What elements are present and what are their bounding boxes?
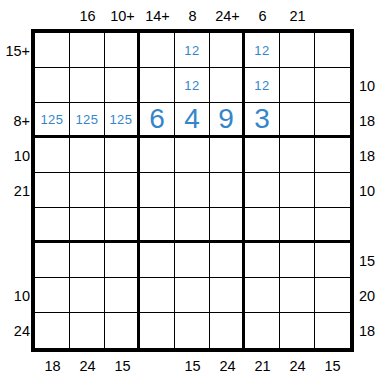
- cell-r4c5[interactable]: [175, 138, 210, 173]
- cell-r3c1[interactable]: 125: [35, 103, 70, 138]
- pencil-marks-r3c2: 125: [75, 113, 98, 126]
- clue-right-r8: 20: [359, 287, 386, 305]
- digit-r3c6: 9: [218, 105, 234, 133]
- cell-r1c6[interactable]: [210, 33, 245, 68]
- cell-r7c2[interactable]: [70, 243, 105, 278]
- clue-bottom-c5: 15: [175, 357, 210, 375]
- cell-r8c2[interactable]: [70, 278, 105, 313]
- cell-r5c5[interactable]: [175, 173, 210, 208]
- clue-top-c1: [35, 7, 70, 25]
- cell-r2c2[interactable]: [70, 68, 105, 103]
- clue-left-r8: 10: [0, 287, 30, 305]
- cell-r6c7[interactable]: [245, 208, 280, 243]
- pencil-marks-r3c1: 125: [40, 113, 63, 126]
- cell-r9c1[interactable]: [35, 313, 70, 348]
- cell-r5c4[interactable]: [140, 173, 175, 208]
- cell-r6c3[interactable]: [105, 208, 140, 243]
- clue-top-c7: 6: [245, 7, 280, 25]
- clue-right-r5: 10: [359, 182, 386, 200]
- cell-r6c8[interactable]: [280, 208, 315, 243]
- cell-r2c7[interactable]: 12: [245, 68, 280, 103]
- cell-r5c9[interactable]: [315, 173, 350, 208]
- cell-r9c7[interactable]: [245, 313, 280, 348]
- clue-left-r2: [0, 77, 30, 95]
- cell-r4c2[interactable]: [70, 138, 105, 173]
- clue-top-c8: 21: [280, 7, 315, 25]
- cell-r4c9[interactable]: [315, 138, 350, 173]
- clue-right-r2: 10: [359, 77, 386, 95]
- cell-r4c3[interactable]: [105, 138, 140, 173]
- cell-r7c9[interactable]: [315, 243, 350, 278]
- clue-top-c3: 10+: [105, 7, 140, 25]
- cell-r9c2[interactable]: [70, 313, 105, 348]
- cell-r9c8[interactable]: [280, 313, 315, 348]
- cell-r2c1[interactable]: [35, 68, 70, 103]
- clue-right-r1: [359, 42, 386, 60]
- pencil-marks-r1c5: 12: [184, 44, 199, 57]
- cell-r2c6[interactable]: [210, 68, 245, 103]
- cell-r6c2[interactable]: [70, 208, 105, 243]
- cell-r2c9[interactable]: [315, 68, 350, 103]
- clue-right-r7: 15: [359, 252, 386, 270]
- cell-r4c1[interactable]: [35, 138, 70, 173]
- cell-r8c6[interactable]: [210, 278, 245, 313]
- cell-r8c9[interactable]: [315, 278, 350, 313]
- clue-bottom-c9: 15: [315, 357, 350, 375]
- pencil-marks-r3c3: 125: [109, 113, 132, 126]
- clue-top-c9: [315, 7, 350, 25]
- cell-r5c3[interactable]: [105, 173, 140, 208]
- clue-top-c6: 24+: [210, 7, 245, 25]
- cell-r4c6[interactable]: [210, 138, 245, 173]
- pencil-marks-r1c7: 12: [254, 44, 269, 57]
- cell-r8c4[interactable]: [140, 278, 175, 313]
- cell-r6c5[interactable]: [175, 208, 210, 243]
- clue-left-r4: 10: [0, 147, 30, 165]
- cell-r1c8[interactable]: [280, 33, 315, 68]
- cell-r5c6[interactable]: [210, 173, 245, 208]
- digit-r3c4: 6: [149, 105, 165, 133]
- cell-r1c3[interactable]: [105, 33, 140, 68]
- cell-r7c7[interactable]: [245, 243, 280, 278]
- cell-r1c9[interactable]: [315, 33, 350, 68]
- digit-r3c5: 4: [184, 105, 200, 133]
- cell-r3c9[interactable]: [315, 103, 350, 138]
- cell-r5c2[interactable]: [70, 173, 105, 208]
- cell-r2c8[interactable]: [280, 68, 315, 103]
- cell-r5c8[interactable]: [280, 173, 315, 208]
- cell-r3c8[interactable]: [280, 103, 315, 138]
- clue-left-r7: [0, 252, 30, 270]
- cell-r3c7[interactable]: 3: [245, 103, 280, 138]
- clue-left-r9: 24: [0, 322, 30, 340]
- cell-r1c5[interactable]: 12: [175, 33, 210, 68]
- clue-bottom-c8: 24: [280, 357, 315, 375]
- cell-r9c6[interactable]: [210, 313, 245, 348]
- cell-r6c9[interactable]: [315, 208, 350, 243]
- cell-r8c5[interactable]: [175, 278, 210, 313]
- pencil-marks-r2c7: 12: [254, 79, 269, 92]
- cell-r5c1[interactable]: [35, 173, 70, 208]
- cell-r7c1[interactable]: [35, 243, 70, 278]
- clue-bottom-c4: [140, 357, 175, 375]
- cell-r3c6[interactable]: 9: [210, 103, 245, 138]
- cell-r9c3[interactable]: [105, 313, 140, 348]
- cell-r7c4[interactable]: [140, 243, 175, 278]
- cell-r1c7[interactable]: 12: [245, 33, 280, 68]
- cell-r7c3[interactable]: [105, 243, 140, 278]
- cell-r4c7[interactable]: [245, 138, 280, 173]
- cell-r6c6[interactable]: [210, 208, 245, 243]
- pencil-marks-r2c5: 12: [184, 79, 199, 92]
- cell-r9c5[interactable]: [175, 313, 210, 348]
- cell-r8c7[interactable]: [245, 278, 280, 313]
- clue-right-r3: 18: [359, 112, 386, 130]
- clue-left-r3: 8+: [0, 112, 30, 130]
- clue-bottom-c3: 15: [105, 357, 140, 375]
- digit-r3c7: 3: [254, 105, 270, 133]
- clue-right-r6: [359, 217, 386, 235]
- cell-r5c7[interactable]: [245, 173, 280, 208]
- clue-left-r1: 15+: [0, 42, 30, 60]
- clue-left-r6: [0, 217, 30, 235]
- cell-r1c4[interactable]: [140, 33, 175, 68]
- cell-r3c2[interactable]: 125: [70, 103, 105, 138]
- puzzle-stage: 121212121251251256493 18162410+1514+8152…: [0, 0, 386, 386]
- cell-r8c8[interactable]: [280, 278, 315, 313]
- cell-r7c6[interactable]: [210, 243, 245, 278]
- cell-r6c1[interactable]: [35, 208, 70, 243]
- clue-top-c5: 8: [175, 7, 210, 25]
- clue-right-r4: 18: [359, 147, 386, 165]
- cell-r3c4[interactable]: 6: [140, 103, 175, 138]
- sudoku-board: 121212121251251256493: [31, 29, 354, 352]
- clue-bottom-c2: 24: [70, 357, 105, 375]
- clue-bottom-c1: 18: [35, 357, 70, 375]
- cell-r9c4[interactable]: [140, 313, 175, 348]
- cell-r7c5[interactable]: [175, 243, 210, 278]
- clue-bottom-c6: 24: [210, 357, 245, 375]
- cell-r3c5[interactable]: 4: [175, 103, 210, 138]
- cell-r1c2[interactable]: [70, 33, 105, 68]
- cell-r2c4[interactable]: [140, 68, 175, 103]
- clue-top-c2: 16: [70, 7, 105, 25]
- cell-r8c3[interactable]: [105, 278, 140, 313]
- clue-left-r5: 21: [0, 182, 30, 200]
- cell-r4c8[interactable]: [280, 138, 315, 173]
- cell-r9c9[interactable]: [315, 313, 350, 348]
- cell-r2c3[interactable]: [105, 68, 140, 103]
- cell-r3c3[interactable]: 125: [105, 103, 140, 138]
- cell-r2c5[interactable]: 12: [175, 68, 210, 103]
- cell-r8c1[interactable]: [35, 278, 70, 313]
- clue-right-r9: 18: [359, 322, 386, 340]
- clue-bottom-c7: 21: [245, 357, 280, 375]
- cell-r7c8[interactable]: [280, 243, 315, 278]
- clue-top-c4: 14+: [140, 7, 175, 25]
- cell-r4c4[interactable]: [140, 138, 175, 173]
- cell-r6c4[interactable]: [140, 208, 175, 243]
- cell-r1c1[interactable]: [35, 33, 70, 68]
